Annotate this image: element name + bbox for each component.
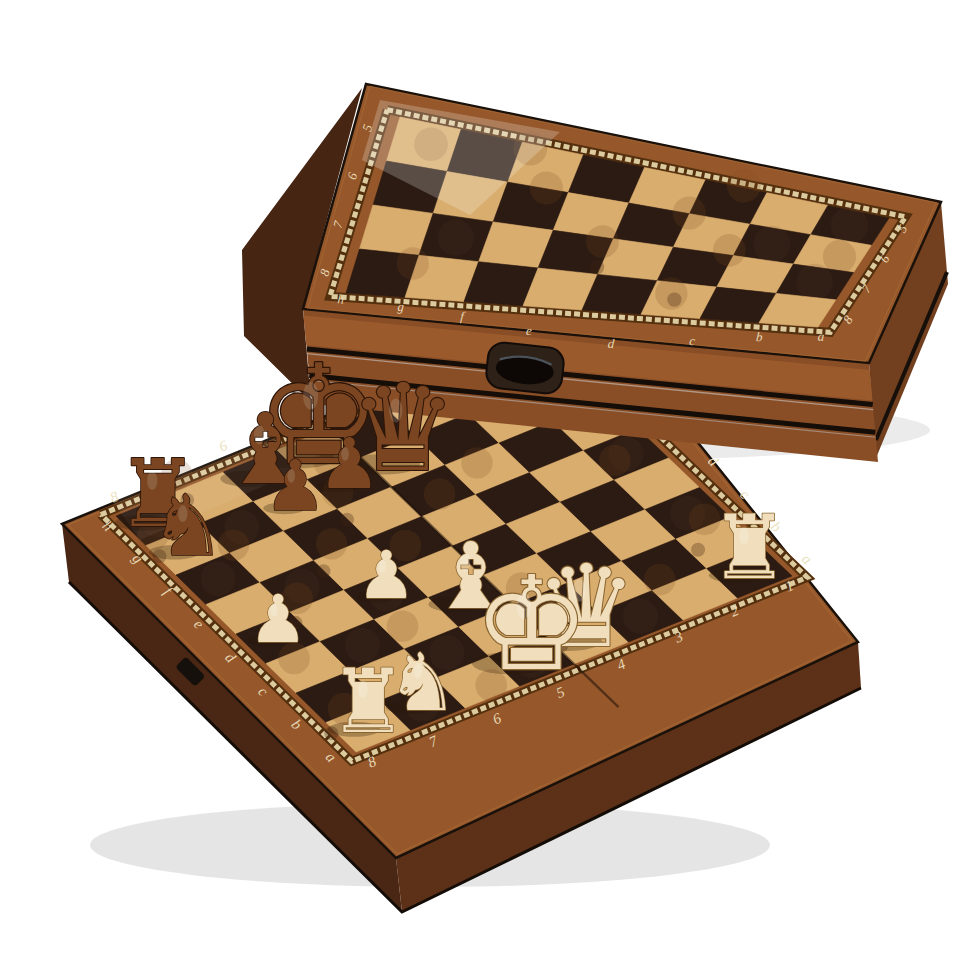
piece-light-R-a1: ♜ — [710, 496, 789, 599]
box-handle-recess — [485, 341, 565, 395]
piece-light-P-d6: ♟ — [357, 537, 416, 614]
grain-swirl — [438, 219, 474, 255]
piece-sheen — [287, 469, 295, 483]
product-photo-scene: Folding walnut chess box set: closed box… — [0, 0, 960, 960]
burl-figure — [727, 169, 761, 203]
burl-figure — [644, 564, 676, 596]
burl-figure — [713, 234, 746, 267]
burl-figure — [599, 445, 631, 477]
burl-figure — [397, 247, 429, 279]
burl-knot — [340, 513, 354, 527]
piece-sheen — [358, 680, 368, 698]
piece-sheen — [178, 505, 187, 522]
piece-dark-P-g5: ♟ — [318, 423, 381, 504]
piece-light-K-a5: ♚ — [473, 548, 590, 700]
piece-light-R-a8: ♜ — [329, 650, 408, 753]
burl-figure — [461, 447, 492, 478]
piece-sheen — [460, 553, 470, 571]
piece-sheen — [517, 593, 531, 619]
piece-sheen — [389, 398, 402, 422]
burl-figure — [673, 197, 706, 230]
burl-figure — [316, 528, 347, 559]
burl-knot — [691, 543, 705, 557]
coord-label-a: a — [799, 551, 816, 568]
piece-sheen — [379, 559, 386, 572]
piece-sheen — [739, 526, 749, 544]
piece-dark-P-g6: ♟ — [264, 445, 327, 526]
burl-figure — [823, 240, 856, 273]
grain-swirl — [796, 264, 832, 300]
burl-figure — [586, 225, 619, 258]
piece-light-P-d8: ♟ — [248, 581, 307, 658]
coord-label-h: h — [337, 291, 345, 306]
piece-sheen — [413, 663, 422, 679]
piece-sheen — [270, 603, 277, 616]
grain-swirl — [831, 207, 868, 244]
burl-knot — [667, 292, 681, 306]
burl-figure — [530, 171, 563, 204]
piece-dark-N-g8: ♞ — [150, 476, 226, 575]
piece-sheen — [254, 425, 265, 445]
grain-swirl — [753, 226, 790, 263]
piece-sheen — [341, 447, 349, 461]
chess-set-photo: 87654hgfedcba87654321abcd56785678hgfedcb… — [0, 0, 960, 960]
burl-knot — [590, 260, 605, 275]
burl-knot — [316, 564, 330, 578]
